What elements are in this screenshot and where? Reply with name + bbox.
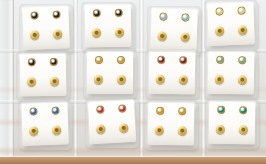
stud-earring-left xyxy=(94,10,100,16)
butterfly-back-left xyxy=(27,77,36,86)
stud-earring-right xyxy=(116,10,122,16)
stud-earring-left xyxy=(157,108,163,114)
earring-card-rose-red xyxy=(88,100,136,144)
stud-earring-left xyxy=(31,12,37,18)
earring-card-clear-champagne xyxy=(207,2,254,46)
stud-earring-right xyxy=(51,59,57,65)
earring-card-garnet-red xyxy=(149,52,196,95)
earring-card-black xyxy=(85,5,132,48)
stud-earring-right xyxy=(179,108,185,114)
stud-earring-left xyxy=(29,59,35,65)
butterfly-back-right xyxy=(238,25,247,34)
earring-card-light-green xyxy=(208,52,255,95)
stud-earring-right xyxy=(238,8,244,14)
earring-card-black xyxy=(22,6,69,50)
stud-earring-right xyxy=(52,108,58,114)
butterfly-back-right xyxy=(239,125,248,134)
stud-earring-right xyxy=(240,107,246,113)
table-edge xyxy=(0,157,266,164)
tray-left-edge xyxy=(0,0,14,158)
butterfly-back-left xyxy=(215,75,224,84)
stud-earring-right xyxy=(182,14,188,20)
butterfly-back-right xyxy=(181,32,190,41)
earring-card-citrine-gold xyxy=(148,103,195,146)
butterfly-back-right xyxy=(119,123,128,132)
butterfly-back-left xyxy=(156,75,165,84)
butterfly-back-left xyxy=(92,28,101,37)
stud-earring-left xyxy=(158,57,164,63)
stud-earring-left xyxy=(97,106,103,112)
stud-earring-left xyxy=(216,8,222,14)
earring-card-aqua-blue xyxy=(150,8,197,52)
earring-card-sapphire-blue xyxy=(21,102,68,146)
stud-earring-left xyxy=(218,107,224,113)
earring-card-emerald-green xyxy=(209,102,256,145)
butterfly-back-left xyxy=(96,124,105,133)
stud-earring-left xyxy=(217,57,223,63)
butterfly-back-left xyxy=(158,31,167,40)
butterfly-back-left xyxy=(216,125,225,134)
stud-earring-left xyxy=(30,108,36,114)
butterfly-back-left xyxy=(155,126,164,135)
butterfly-back-left xyxy=(215,26,224,35)
earring-card-black xyxy=(20,54,67,97)
tray-compartment-divider xyxy=(73,0,78,158)
butterfly-back-right xyxy=(52,125,61,134)
butterfly-back-right xyxy=(50,77,59,86)
stud-earring-right xyxy=(239,57,245,63)
butterfly-back-right xyxy=(53,29,62,38)
butterfly-back-left xyxy=(29,126,38,135)
stud-earring-right xyxy=(180,57,186,63)
butterfly-back-left xyxy=(94,75,103,84)
stud-earring-left xyxy=(96,57,102,63)
earring-card-amber-gold xyxy=(87,52,133,94)
product-photo xyxy=(0,0,266,164)
butterfly-back-left xyxy=(30,30,39,39)
butterfly-back-right xyxy=(238,75,247,84)
stud-earring-right xyxy=(53,12,59,18)
butterfly-back-right xyxy=(117,75,126,84)
stud-earring-right xyxy=(119,105,125,111)
butterfly-back-right xyxy=(179,75,188,84)
butterfly-back-right xyxy=(115,28,124,37)
butterfly-back-right xyxy=(178,126,187,135)
stud-earring-left xyxy=(160,14,166,20)
stud-earring-right xyxy=(118,57,124,63)
